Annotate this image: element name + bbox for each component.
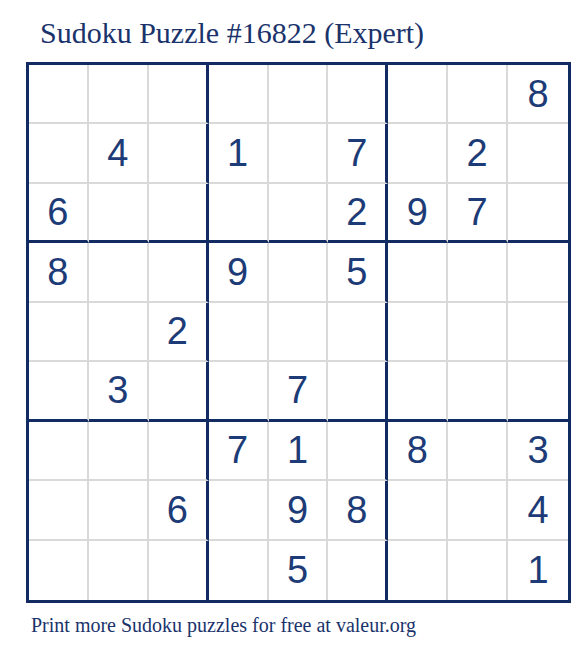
page-title: Sudoku Puzzle #16822 (Expert) [40, 16, 424, 50]
cell-r7c5: 1 [269, 422, 329, 481]
cell-r5c4 [209, 303, 269, 362]
cell-r8c1 [29, 481, 89, 540]
cell-r3c1: 6 [29, 184, 89, 243]
cell-r1c5 [269, 65, 329, 124]
cell-r4c7 [388, 243, 448, 302]
cell-r4c6: 5 [328, 243, 388, 302]
cell-r2c1 [29, 124, 89, 183]
cell-r2c2: 4 [89, 124, 149, 183]
cell-r6c7 [388, 362, 448, 421]
cell-r3c2 [89, 184, 149, 243]
sudoku-grid: 8417262978952377183698451 [26, 62, 571, 603]
cell-r7c3 [149, 422, 209, 481]
cell-r1c6 [328, 65, 388, 124]
cell-r1c1 [29, 65, 89, 124]
cell-r7c7: 8 [388, 422, 448, 481]
cell-r9c6 [328, 541, 388, 600]
cell-r5c3: 2 [149, 303, 209, 362]
cell-r5c8 [448, 303, 508, 362]
cell-r2c6: 7 [328, 124, 388, 183]
page: Sudoku Puzzle #16822 (Expert) 8417262978… [0, 0, 580, 651]
cell-r2c3 [149, 124, 209, 183]
cell-r6c6 [328, 362, 388, 421]
cell-r9c2 [89, 541, 149, 600]
cell-r1c9: 8 [508, 65, 568, 124]
footer-text: Print more Sudoku puzzles for free at va… [31, 614, 416, 637]
cell-r5c1 [29, 303, 89, 362]
cell-r9c7 [388, 541, 448, 600]
cell-r4c1: 8 [29, 243, 89, 302]
cell-r8c8 [448, 481, 508, 540]
cell-r9c8 [448, 541, 508, 600]
cell-r3c8: 7 [448, 184, 508, 243]
cell-r3c5 [269, 184, 329, 243]
cell-r9c3 [149, 541, 209, 600]
cell-r8c7 [388, 481, 448, 540]
cell-r1c2 [89, 65, 149, 124]
cell-r5c2 [89, 303, 149, 362]
cell-r9c9: 1 [508, 541, 568, 600]
cell-r7c2 [89, 422, 149, 481]
cell-r7c4: 7 [209, 422, 269, 481]
cell-r4c9 [508, 243, 568, 302]
cell-r8c2 [89, 481, 149, 540]
cell-r3c3 [149, 184, 209, 243]
cell-r7c6 [328, 422, 388, 481]
cell-r2c9 [508, 124, 568, 183]
cell-r4c2 [89, 243, 149, 302]
cell-r5c5 [269, 303, 329, 362]
cell-r3c7: 9 [388, 184, 448, 243]
cell-r8c6: 8 [328, 481, 388, 540]
cell-r5c6 [328, 303, 388, 362]
cell-r7c8 [448, 422, 508, 481]
cell-r6c3 [149, 362, 209, 421]
cell-r7c1 [29, 422, 89, 481]
cell-r6c1 [29, 362, 89, 421]
cell-r3c6: 2 [328, 184, 388, 243]
cell-r7c9: 3 [508, 422, 568, 481]
cell-r4c4: 9 [209, 243, 269, 302]
cell-r8c5: 9 [269, 481, 329, 540]
cell-r1c7 [388, 65, 448, 124]
cell-r1c4 [209, 65, 269, 124]
cell-r4c3 [149, 243, 209, 302]
cell-r2c4: 1 [209, 124, 269, 183]
cell-r5c9 [508, 303, 568, 362]
cell-r8c9: 4 [508, 481, 568, 540]
cell-r5c7 [388, 303, 448, 362]
cell-r9c5: 5 [269, 541, 329, 600]
cell-r6c8 [448, 362, 508, 421]
cell-r1c3 [149, 65, 209, 124]
cell-r9c1 [29, 541, 89, 600]
cell-r2c7 [388, 124, 448, 183]
cell-r4c5 [269, 243, 329, 302]
cell-r4c8 [448, 243, 508, 302]
cell-r9c4 [209, 541, 269, 600]
cell-r6c2: 3 [89, 362, 149, 421]
cell-r8c3: 6 [149, 481, 209, 540]
cell-r6c9 [508, 362, 568, 421]
cell-r6c4 [209, 362, 269, 421]
cell-r1c8 [448, 65, 508, 124]
cell-r2c8: 2 [448, 124, 508, 183]
cell-r8c4 [209, 481, 269, 540]
cell-r6c5: 7 [269, 362, 329, 421]
cell-r2c5 [269, 124, 329, 183]
cell-r3c4 [209, 184, 269, 243]
cell-r3c9 [508, 184, 568, 243]
